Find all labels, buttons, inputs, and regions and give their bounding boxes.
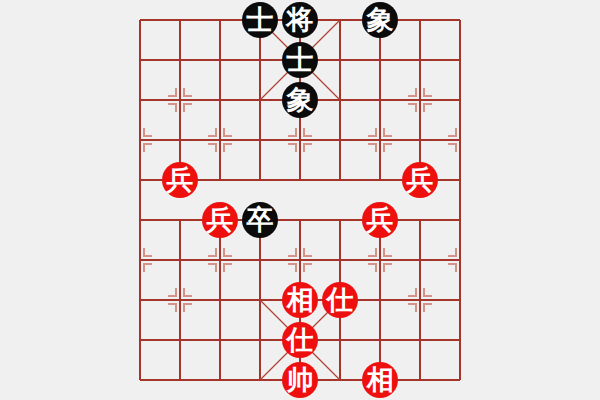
red-general[interactable]: 帅 <box>282 362 318 398</box>
red-advisor[interactable]: 仕 <box>322 282 358 318</box>
xiangqi-board: 士将象士象兵兵兵卒兵相仕仕帅相 <box>0 0 600 400</box>
piece-layer: 士将象士象兵兵兵卒兵相仕仕帅相 <box>120 0 480 400</box>
red-advisor[interactable]: 仕 <box>282 322 318 358</box>
black-advisor[interactable]: 士 <box>242 2 278 38</box>
red-soldier[interactable]: 兵 <box>162 162 198 198</box>
black-elephant[interactable]: 象 <box>362 2 398 38</box>
red-soldier[interactable]: 兵 <box>202 202 238 238</box>
red-soldier[interactable]: 兵 <box>362 202 398 238</box>
black-elephant[interactable]: 象 <box>282 82 318 118</box>
red-soldier[interactable]: 兵 <box>402 162 438 198</box>
black-soldier[interactable]: 卒 <box>242 202 278 238</box>
red-elephant[interactable]: 相 <box>282 282 318 318</box>
red-elephant[interactable]: 相 <box>362 362 398 398</box>
black-general[interactable]: 将 <box>282 2 318 38</box>
black-advisor[interactable]: 士 <box>282 42 318 78</box>
